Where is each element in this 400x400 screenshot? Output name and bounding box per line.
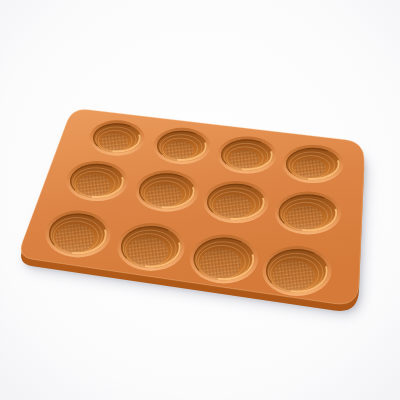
cup-bottom-shade: [273, 260, 315, 290]
muffin-cup-r3c4: [262, 246, 331, 296]
muffin-cup-r2c1: [66, 161, 127, 201]
muffin-cup-r3c1: [45, 211, 110, 258]
muffin-pan-scene: Copper 12-cup muffin baking pan: [0, 0, 400, 400]
cup-bottom-shade: [215, 195, 252, 218]
muffin-cup-r3c2: [117, 223, 184, 271]
cup-bottom-shade: [286, 206, 323, 229]
muffin-cup-r1c1: [89, 120, 144, 155]
cup-bottom-shade: [200, 249, 241, 278]
cup-bottom-shade: [165, 141, 194, 159]
muffin-cup-r2c2: [135, 170, 198, 211]
cup-bottom-shade: [229, 150, 259, 168]
product-photo: Copper 12-cup muffin baking pan: [0, 0, 400, 400]
cup-bottom-shade: [294, 159, 325, 178]
cup-bottom-shade: [77, 174, 111, 196]
muffin-cup-r2c3: [203, 181, 268, 223]
muffin-cup-r1c3: [217, 136, 276, 173]
cup-bottom-shade: [55, 224, 94, 252]
muffin-cup-r1c2: [153, 128, 210, 164]
cup-bottom-shade: [100, 133, 128, 150]
muffin-cup-r3c3: [190, 235, 258, 284]
muffin-cup-r2c4: [275, 192, 341, 235]
cup-bottom-shade: [146, 184, 181, 206]
cup-bottom-shade: [127, 237, 168, 266]
muffin-cup-r1c4: [282, 145, 343, 183]
